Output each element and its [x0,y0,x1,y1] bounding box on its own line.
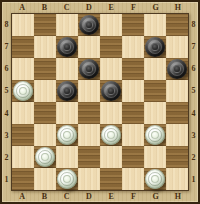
rank-label-left-3: 3 [2,124,11,146]
square-g6[interactable] [144,58,166,80]
rank-label-right-1: 1 [189,169,198,191]
square-g5[interactable] [144,80,166,102]
rank-label-left-6: 6 [2,58,11,80]
square-g8[interactable] [144,14,166,36]
square-g7[interactable] [144,36,166,58]
black-checker-c5[interactable] [57,81,77,101]
square-c4[interactable] [56,102,78,124]
square-a3[interactable] [12,124,34,146]
square-g4[interactable] [144,102,166,124]
square-e4[interactable] [100,102,122,124]
file-label-top-g: G [145,2,167,13]
square-h3[interactable] [166,124,188,146]
square-c7[interactable] [56,36,78,58]
file-label-bottom-f: F [122,191,144,202]
square-h8[interactable] [166,14,188,36]
square-d2[interactable] [78,146,100,168]
square-c1[interactable] [56,168,78,190]
rank-label-right-6: 6 [189,58,198,80]
square-e2[interactable] [100,146,122,168]
file-label-bottom-b: B [33,191,55,202]
square-c2[interactable] [56,146,78,168]
square-b6[interactable] [34,58,56,80]
white-checker-g1[interactable] [145,169,165,189]
square-f3[interactable] [122,124,144,146]
rank-label-left-2: 2 [2,147,11,169]
square-f8[interactable] [122,14,144,36]
white-checker-b2[interactable] [35,147,55,167]
square-e8[interactable] [100,14,122,36]
square-c6[interactable] [56,58,78,80]
square-g3[interactable] [144,124,166,146]
square-a6[interactable] [12,58,34,80]
square-a2[interactable] [12,146,34,168]
file-label-top-a: A [11,2,33,13]
rank-label-right-5: 5 [189,80,198,102]
rank-label-right-7: 7 [189,35,198,57]
file-label-top-f: F [122,2,144,13]
rank-label-right-2: 2 [189,147,198,169]
square-h2[interactable] [166,146,188,168]
square-f5[interactable] [122,80,144,102]
file-label-bottom-h: H [167,191,189,202]
white-checker-c1[interactable] [57,169,77,189]
file-labels-bottom: ABCDEFGH [11,191,189,202]
square-d5[interactable] [78,80,100,102]
square-e6[interactable] [100,58,122,80]
square-c8[interactable] [56,14,78,36]
square-b1[interactable] [34,168,56,190]
square-h5[interactable] [166,80,188,102]
rank-labels-left: 87654321 [2,13,11,191]
square-g2[interactable] [144,146,166,168]
square-d3[interactable] [78,124,100,146]
square-f1[interactable] [122,168,144,190]
square-d7[interactable] [78,36,100,58]
square-e3[interactable] [100,124,122,146]
file-label-bottom-c: C [56,191,78,202]
square-d4[interactable] [78,102,100,124]
rank-label-left-5: 5 [2,80,11,102]
square-a1[interactable] [12,168,34,190]
rank-label-left-8: 8 [2,13,11,35]
black-checker-e5[interactable] [101,81,121,101]
square-h4[interactable] [166,102,188,124]
rank-label-left-1: 1 [2,169,11,191]
file-label-top-c: C [56,2,78,13]
file-labels-top: ABCDEFGH [11,2,189,13]
white-checker-g3[interactable] [145,125,165,145]
square-d6[interactable] [78,58,100,80]
black-checker-h6[interactable] [167,59,187,79]
file-label-bottom-d: D [78,191,100,202]
square-f4[interactable] [122,102,144,124]
file-label-bottom-e: E [100,191,122,202]
file-label-bottom-a: A [11,191,33,202]
square-b7[interactable] [34,36,56,58]
square-f2[interactable] [122,146,144,168]
square-h7[interactable] [166,36,188,58]
file-label-top-e: E [100,2,122,13]
square-h6[interactable] [166,58,188,80]
file-label-top-b: B [33,2,55,13]
square-a8[interactable] [12,14,34,36]
black-checker-g7[interactable] [145,37,165,57]
rank-labels-right: 87654321 [189,13,198,191]
square-a5[interactable] [12,80,34,102]
black-checker-d6[interactable] [79,59,99,79]
file-label-top-d: D [78,2,100,13]
square-b8[interactable] [34,14,56,36]
rank-label-right-3: 3 [189,124,198,146]
black-checker-c7[interactable] [57,37,77,57]
square-e5[interactable] [100,80,122,102]
square-f7[interactable] [122,36,144,58]
white-checker-a5[interactable] [13,81,33,101]
square-f6[interactable] [122,58,144,80]
black-checker-d8[interactable] [79,15,99,35]
file-label-top-h: H [167,2,189,13]
square-d1[interactable] [78,168,100,190]
file-label-bottom-g: G [145,191,167,202]
square-b3[interactable] [34,124,56,146]
checkers-board-frame: ABCDEFGH 87654321 87654321 ABCDEFGH [0,0,200,204]
checkers-board [11,13,189,191]
rank-label-left-4: 4 [2,102,11,124]
square-e1[interactable] [100,168,122,190]
rank-label-right-8: 8 [189,13,198,35]
square-b2[interactable] [34,146,56,168]
square-c3[interactable] [56,124,78,146]
square-a7[interactable] [12,36,34,58]
square-h1[interactable] [166,168,188,190]
white-checker-c3[interactable] [57,125,77,145]
rank-label-right-4: 4 [189,102,198,124]
square-g1[interactable] [144,168,166,190]
square-a4[interactable] [12,102,34,124]
square-d8[interactable] [78,14,100,36]
white-checker-e3[interactable] [101,125,121,145]
square-b5[interactable] [34,80,56,102]
square-c5[interactable] [56,80,78,102]
square-b4[interactable] [34,102,56,124]
square-e7[interactable] [100,36,122,58]
rank-label-left-7: 7 [2,35,11,57]
